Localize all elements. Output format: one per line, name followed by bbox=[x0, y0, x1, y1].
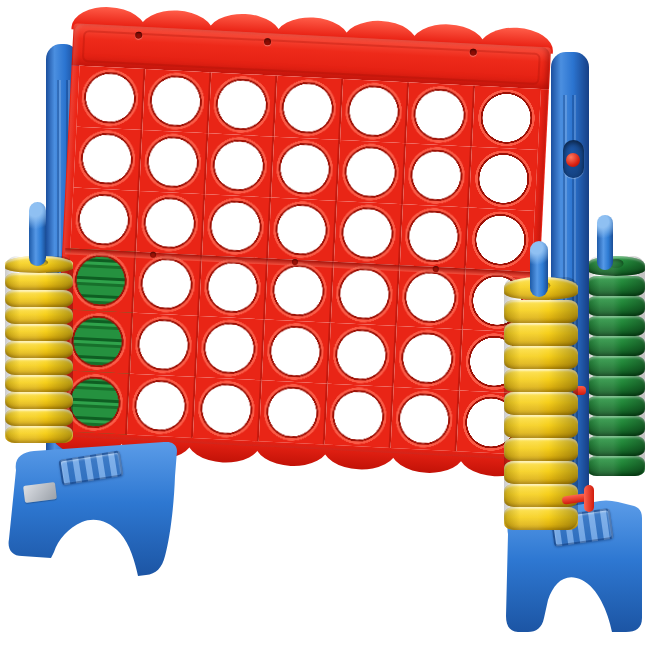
lock-recess bbox=[563, 140, 584, 178]
yellow-disc bbox=[5, 358, 73, 375]
board-cell-c7-r2 bbox=[469, 147, 538, 211]
board-cell-c4-r4 bbox=[265, 259, 334, 323]
pin-hole bbox=[264, 38, 271, 45]
yellow-disc bbox=[504, 346, 578, 369]
yellow-disc bbox=[504, 323, 578, 346]
green-disc bbox=[587, 416, 645, 436]
storage-peg-front-right bbox=[530, 241, 548, 297]
yellow-disc bbox=[504, 369, 578, 392]
board-cell-c7-r1 bbox=[472, 86, 541, 150]
seam-rivet bbox=[433, 266, 439, 272]
board-cell-c1-r3 bbox=[70, 188, 139, 252]
board-cell-c4-r6 bbox=[259, 380, 328, 444]
yellow-disc bbox=[5, 290, 73, 307]
board-cell-c6-r3 bbox=[400, 204, 469, 268]
pin-hole bbox=[469, 48, 476, 55]
board-cell-c4-r1 bbox=[274, 76, 343, 140]
green-disc bbox=[587, 336, 645, 356]
disc-release-handle bbox=[562, 484, 598, 514]
yellow-disc bbox=[5, 409, 73, 426]
yellow-disc bbox=[5, 273, 73, 290]
yellow-disc bbox=[5, 341, 73, 358]
yellow-disc bbox=[504, 392, 578, 415]
board-cell-c6-r1 bbox=[406, 82, 475, 146]
storage-peg-back-right bbox=[597, 215, 613, 270]
board-cell-c1-r4 bbox=[67, 249, 136, 313]
yellow-disc bbox=[5, 307, 73, 324]
yellow-disc bbox=[5, 426, 73, 443]
green-disc bbox=[587, 276, 645, 296]
board-cell-c2-r6 bbox=[127, 374, 196, 438]
board-cell-c3-r6 bbox=[193, 377, 262, 441]
yellow-disc bbox=[504, 300, 578, 323]
board-cell-c4-r5 bbox=[262, 319, 331, 383]
pin-hole bbox=[135, 32, 142, 39]
green-disc bbox=[587, 376, 645, 396]
board-cell-c2-r3 bbox=[136, 191, 205, 255]
board-cell-c6-r5 bbox=[394, 326, 463, 390]
board-cell-c3-r3 bbox=[202, 194, 271, 258]
board-cell-c7-r3 bbox=[466, 208, 535, 272]
board-cell-c6-r2 bbox=[403, 143, 472, 207]
board-cell-c3-r5 bbox=[196, 316, 265, 380]
board-cell-c5-r3 bbox=[334, 201, 403, 265]
board-cell-c3-r2 bbox=[205, 133, 274, 197]
board-cell-c2-r5 bbox=[130, 313, 199, 377]
board-cell-c1-r5 bbox=[64, 309, 133, 373]
board-cell-c5-r1 bbox=[340, 79, 409, 143]
board-cell-c3-r1 bbox=[208, 72, 277, 136]
disc-stack-back-right bbox=[587, 256, 645, 476]
board-cell-c6-r6 bbox=[391, 387, 460, 451]
board-cell-c2-r1 bbox=[142, 69, 211, 133]
yellow-disc bbox=[5, 392, 73, 409]
green-disc bbox=[587, 356, 645, 376]
yellow-disc bbox=[5, 375, 73, 392]
board-cell-c2-r4 bbox=[133, 252, 202, 316]
red-lock-knob-icon bbox=[566, 153, 580, 167]
board-cell-c4-r3 bbox=[268, 198, 337, 262]
board-cell-c1-r1 bbox=[76, 66, 145, 130]
board-cell-c5-r6 bbox=[325, 384, 394, 448]
board-cell-c4-r2 bbox=[271, 137, 340, 201]
storage-peg-front-left bbox=[29, 202, 46, 266]
giant-connect-four-game bbox=[0, 0, 645, 645]
yellow-disc bbox=[5, 324, 73, 341]
board-cell-c6-r4 bbox=[397, 265, 466, 329]
board-cell-c3-r4 bbox=[199, 255, 268, 319]
handle-grip bbox=[584, 485, 594, 512]
green-disc bbox=[587, 456, 645, 476]
seam-rivet bbox=[150, 252, 156, 258]
green-disc bbox=[587, 256, 645, 276]
seam-rivet bbox=[291, 259, 297, 265]
game-board bbox=[52, 5, 552, 478]
green-disc bbox=[587, 316, 645, 336]
green-disc bbox=[587, 396, 645, 416]
board-cell-c5-r5 bbox=[328, 323, 397, 387]
board-cell-c5-r4 bbox=[331, 262, 400, 326]
green-disc bbox=[587, 436, 645, 456]
board-cell-c2-r2 bbox=[139, 130, 208, 194]
yellow-disc bbox=[504, 461, 578, 484]
board-cell-c5-r2 bbox=[337, 140, 406, 204]
yellow-disc bbox=[504, 438, 578, 461]
disc-stack-front-left bbox=[5, 256, 73, 443]
yellow-disc bbox=[504, 415, 578, 438]
board-cell-c1-r2 bbox=[73, 127, 142, 191]
green-disc bbox=[587, 296, 645, 316]
